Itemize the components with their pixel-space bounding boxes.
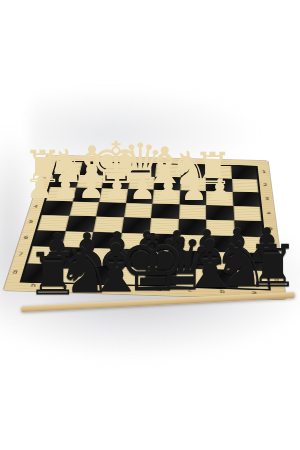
photo-of-chess-set: 1122334455667788hgfedcba ♜♞♝♚♛♝♞♜♟♟♟♟♟♟♟… — [0, 0, 300, 450]
pieces-layer: ♜♞♝♚♛♝♞♜♟♟♟♟♟♟♟♟♟♟♟♟♟♟♟♟♜♞♝♚♛♝♞♜ — [0, 0, 300, 450]
piece-white-pawn[interactable]: ♟ — [190, 175, 250, 205]
piece-black-rook[interactable]: ♜ — [23, 245, 83, 303]
